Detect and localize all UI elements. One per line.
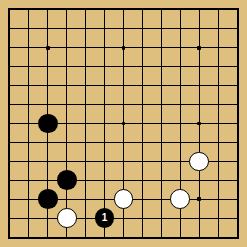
star-point bbox=[122, 46, 125, 49]
star-point bbox=[197, 197, 200, 200]
black-stone bbox=[38, 114, 58, 134]
grid-line-horizontal bbox=[10, 180, 237, 181]
grid-line-vertical bbox=[161, 10, 162, 237]
white-stone bbox=[57, 208, 77, 228]
black-stone bbox=[38, 189, 58, 209]
star-point bbox=[46, 46, 49, 49]
move-1-stone: 1 bbox=[95, 208, 115, 228]
grid-line-horizontal bbox=[10, 218, 237, 219]
white-stone bbox=[170, 189, 190, 209]
go-board[interactable]: 1 bbox=[8, 8, 239, 239]
star-point bbox=[122, 122, 125, 125]
move-number-label: 1 bbox=[102, 213, 108, 223]
grid-line-vertical bbox=[218, 10, 219, 237]
star-point bbox=[197, 122, 200, 125]
go-diagram: 1 bbox=[0, 0, 247, 247]
black-stone bbox=[57, 170, 77, 190]
white-stone bbox=[114, 189, 134, 209]
grid-line-vertical bbox=[142, 10, 143, 237]
white-stone bbox=[189, 152, 209, 172]
grid-line-horizontal bbox=[10, 142, 237, 143]
star-point bbox=[197, 46, 200, 49]
